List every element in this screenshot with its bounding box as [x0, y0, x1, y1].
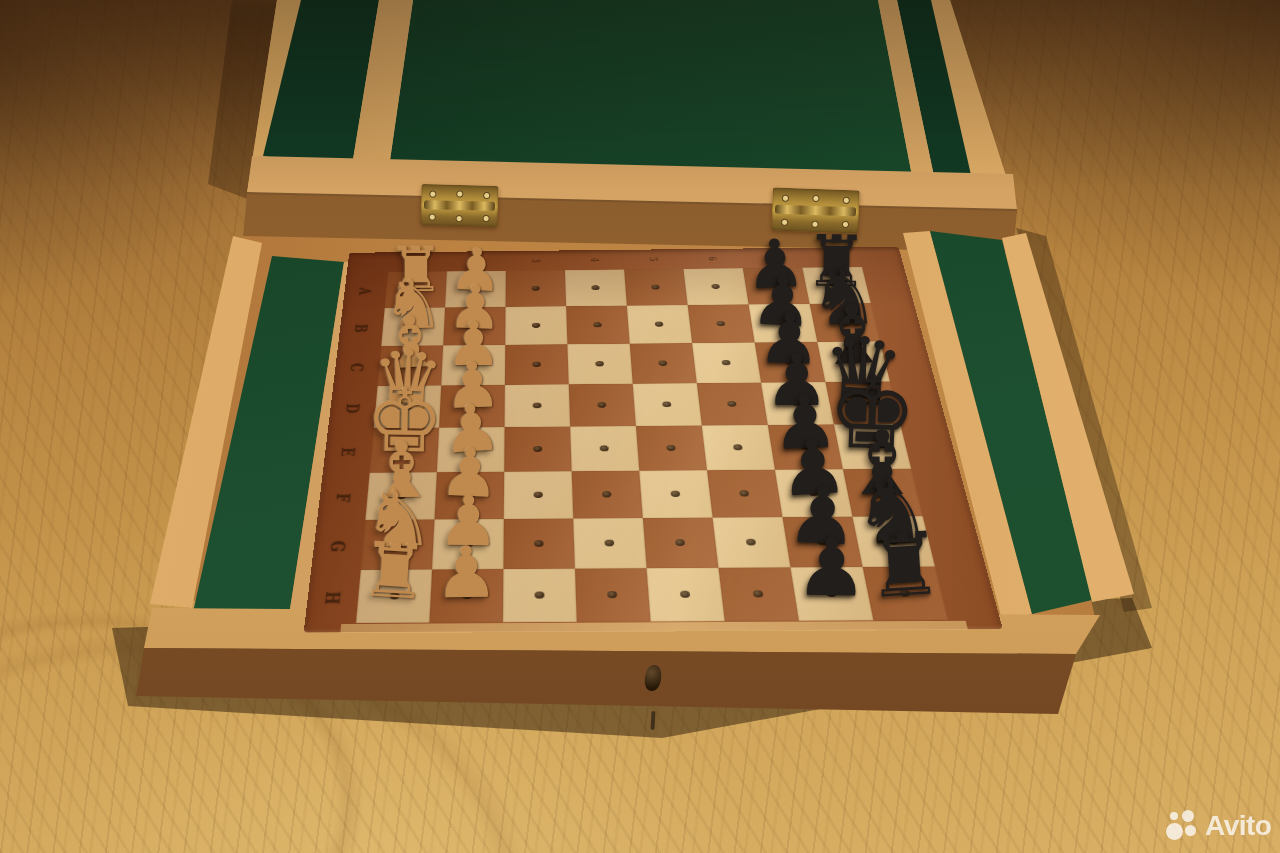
travel-chess-box-photo: ABCDEFGH12345678 ♜♟♟♜♞♟♟♞♝♟♟♝♛♟♟♛♚♟♟♚♝♟♟…	[0, 0, 1280, 853]
brass-hinge-left-icon	[420, 184, 498, 227]
avito-circles-icon	[1166, 810, 1198, 842]
clasp-knob-icon	[643, 664, 662, 692]
clasp-pin-icon	[651, 711, 656, 730]
chessboard-plane: ABCDEFGH12345678	[356, 267, 948, 623]
board-lighting-overlay	[304, 247, 1003, 633]
avito-watermark-text: Avito	[1205, 810, 1271, 842]
brass-hinge-right-icon	[771, 187, 859, 233]
avito-watermark: Avito	[1166, 810, 1271, 842]
